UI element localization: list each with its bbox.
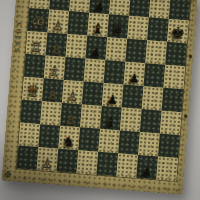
square-b3: ♞ [58, 126, 80, 150]
photo-scene: CHESS ♟♔♙♝♛♚♖♙♟♗♟♕♙♙♟♙♝♞♙♟ ❖ 12345678 [0, 0, 200, 200]
black-bishop: ♝ [91, 21, 105, 36]
square-c7 [140, 109, 162, 133]
square-a3 [57, 149, 79, 173]
square-g5: ♛ [107, 14, 129, 38]
square-g7 [147, 17, 169, 41]
black-pawn: ♟ [141, 165, 153, 178]
square-d6 [122, 85, 144, 109]
coordinate-mark: 1 [18, 174, 34, 180]
square-e7 [144, 63, 166, 87]
white-pawn: ♙ [65, 113, 77, 126]
coordinate-mark: 2 [38, 176, 54, 182]
square-e6: ♟ [124, 62, 146, 86]
square-a1 [17, 146, 39, 170]
square-h5 [109, 0, 131, 16]
black-knight: ♞ [62, 134, 76, 149]
hinge-dot-icon [184, 114, 187, 117]
black-pawn: ♟ [128, 72, 140, 85]
black-pawn: ♟ [107, 93, 119, 106]
white-pawn: ♙ [67, 90, 79, 103]
square-f6 [125, 39, 147, 63]
square-c8 [160, 111, 182, 135]
board-brand-text: CHESS [14, 22, 23, 54]
square-a7: ♟ [136, 155, 158, 179]
white-king: ♔ [30, 14, 46, 31]
square-d2: ♙ [42, 78, 64, 102]
square-a8 [156, 157, 178, 181]
square-d1: ♕ [22, 77, 44, 101]
coordinate-mark: 5 [98, 180, 114, 186]
square-e5 [104, 60, 126, 84]
white-queen: ♕ [25, 83, 41, 100]
square-h7 [149, 0, 171, 19]
square-f2: ♙ [46, 32, 68, 56]
black-pawn: ♟ [94, 0, 106, 13]
coordinate-mark: 7 [137, 184, 153, 190]
square-g6 [127, 16, 149, 40]
square-c4 [80, 104, 102, 128]
square-f8 [165, 42, 187, 66]
black-pawn: ♟ [90, 46, 102, 59]
square-e1 [24, 54, 46, 78]
square-f1: ♖ [26, 31, 48, 55]
square-c6 [120, 108, 142, 132]
white-rook: ♖ [30, 40, 43, 54]
square-g8: ♚ [167, 19, 189, 43]
square-d3: ♙ [62, 80, 84, 104]
square-e8 [163, 65, 185, 89]
square-e2: ♗ [44, 55, 66, 79]
square-b7 [138, 132, 160, 156]
square-d7 [142, 86, 164, 110]
square-a2: ♙ [37, 147, 59, 171]
square-c5: ♝ [100, 106, 122, 130]
square-e4 [84, 59, 106, 83]
square-f3 [66, 34, 88, 58]
square-d8 [162, 88, 184, 112]
square-b2 [38, 124, 60, 148]
square-g1: ♔ [28, 8, 50, 32]
black-bishop: ♝ [104, 114, 118, 129]
square-e3 [64, 57, 86, 81]
square-a4 [76, 150, 98, 174]
square-b8 [158, 134, 180, 158]
white-bishop: ♗ [48, 64, 62, 79]
coordinate-mark: 3 [58, 177, 74, 183]
square-g2: ♙ [47, 10, 69, 34]
square-f7 [145, 40, 167, 64]
chess-board: CHESS ♟♔♙♝♛♚♖♙♟♗♟♕♙♙♟♙♝♞♙♟ ❖ 12345678 [2, 0, 198, 195]
hinge-dot-icon [189, 54, 192, 57]
square-h6 [129, 0, 151, 17]
square-d4 [82, 81, 104, 105]
square-f4: ♟ [86, 36, 108, 60]
square-c3: ♙ [60, 103, 82, 127]
black-queen: ♛ [110, 20, 126, 37]
square-c1 [20, 100, 42, 124]
white-pawn: ♙ [52, 20, 64, 33]
square-g3 [67, 11, 89, 35]
black-king: ♚ [170, 25, 186, 42]
chess-grid: ♟♔♙♝♛♚♖♙♟♗♟♕♙♙♟♙♝♞♙♟ [17, 0, 191, 181]
square-g4: ♝ [87, 13, 109, 37]
white-pawn: ♙ [41, 157, 53, 170]
square-b6 [118, 130, 140, 154]
square-b4 [78, 127, 100, 151]
square-c2 [40, 101, 62, 125]
white-pawn: ♙ [47, 89, 59, 102]
square-b1 [18, 123, 40, 147]
corner-logo-icon: ❖ [3, 168, 13, 180]
square-b5 [98, 129, 120, 153]
square-d5: ♟ [102, 83, 124, 107]
square-h8 [169, 0, 191, 21]
square-f5 [105, 37, 127, 61]
square-a6 [116, 153, 138, 177]
square-a5 [96, 152, 118, 176]
coordinate-mark: 6 [118, 182, 134, 188]
coordinate-mark: 4 [78, 179, 94, 185]
white-pawn: ♙ [50, 43, 62, 56]
coordinate-mark: 8 [157, 185, 173, 191]
